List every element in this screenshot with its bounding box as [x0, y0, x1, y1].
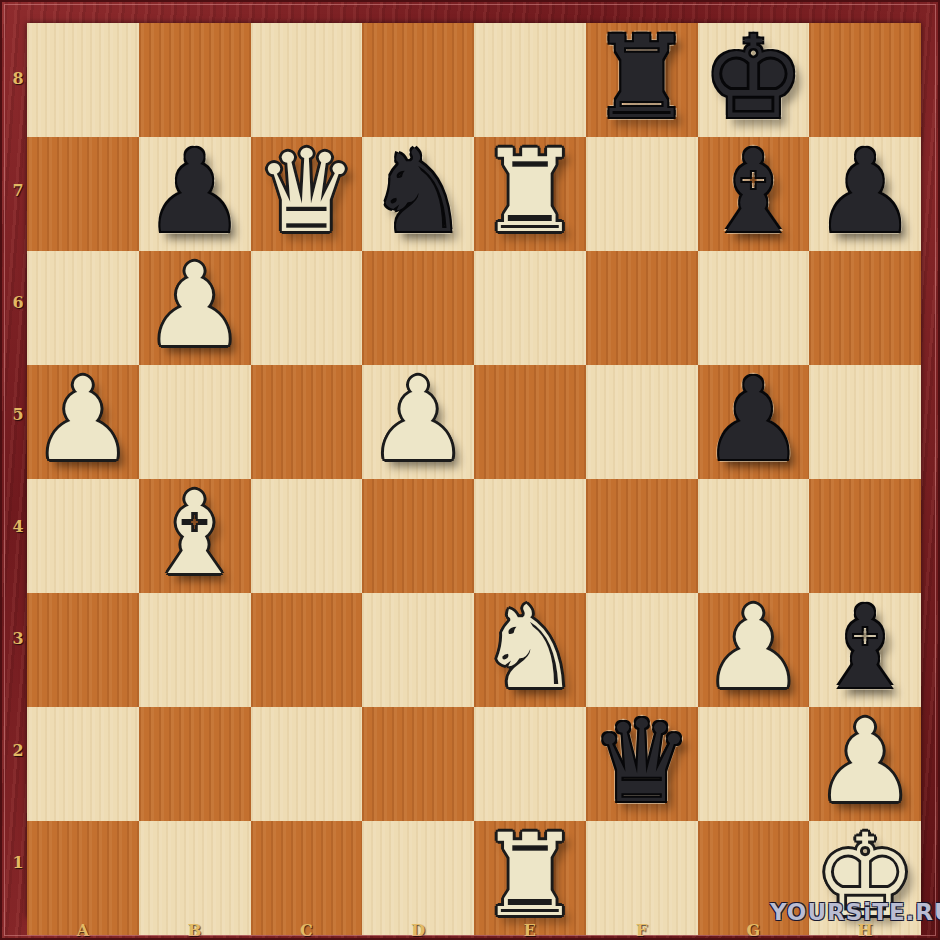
square-d8[interactable]	[362, 23, 474, 137]
square-d5[interactable]: ♟	[362, 365, 474, 479]
square-b2[interactable]	[139, 707, 251, 821]
black-king[interactable]: ♚	[702, 21, 804, 135]
square-h7[interactable]: ♟	[809, 137, 921, 251]
rank-labels: 87654321	[2, 23, 27, 918]
board-frame: 87654321 ♜♚♟♛♞♜♝♟♟♟♟♟♝♞♟♝♛♟♜♚ ABCDEFGH Y…	[0, 0, 940, 940]
square-d3[interactable]	[362, 593, 474, 707]
white-queen[interactable]: ♛	[255, 135, 357, 249]
file-label-e: E	[474, 918, 586, 940]
file-label-h: H	[809, 918, 921, 940]
square-g8[interactable]: ♚	[698, 23, 810, 137]
square-e5[interactable]	[474, 365, 586, 479]
square-b4[interactable]: ♝	[139, 479, 251, 593]
rank-label-8: 8	[2, 23, 27, 135]
file-labels: ABCDEFGH	[27, 918, 921, 940]
white-pawn[interactable]: ♟	[144, 249, 246, 363]
square-b3[interactable]	[139, 593, 251, 707]
chess-board: ♜♚♟♛♞♜♝♟♟♟♟♟♝♞♟♝♛♟♜♚	[27, 23, 921, 918]
black-queen[interactable]: ♛	[591, 705, 693, 819]
square-e6[interactable]	[474, 251, 586, 365]
square-f7[interactable]	[586, 137, 698, 251]
square-d7[interactable]: ♞	[362, 137, 474, 251]
square-g2[interactable]	[698, 707, 810, 821]
square-g6[interactable]	[698, 251, 810, 365]
white-rook[interactable]: ♜	[479, 135, 581, 249]
square-a5[interactable]: ♟	[27, 365, 139, 479]
square-h5[interactable]	[809, 365, 921, 479]
square-b8[interactable]	[139, 23, 251, 137]
file-label-d: D	[362, 918, 474, 940]
square-g7[interactable]: ♝	[698, 137, 810, 251]
rank-label-5: 5	[2, 359, 27, 471]
white-bishop[interactable]: ♝	[144, 477, 246, 591]
square-g5[interactable]: ♟	[698, 365, 810, 479]
square-e8[interactable]	[474, 23, 586, 137]
square-c8[interactable]	[251, 23, 363, 137]
white-pawn[interactable]: ♟	[32, 363, 134, 477]
square-h2[interactable]: ♟	[809, 707, 921, 821]
square-c2[interactable]	[251, 707, 363, 821]
black-bishop[interactable]: ♝	[702, 135, 804, 249]
file-label-c: C	[251, 918, 363, 940]
square-e7[interactable]: ♜	[474, 137, 586, 251]
square-c4[interactable]	[251, 479, 363, 593]
black-pawn[interactable]: ♟	[144, 135, 246, 249]
file-label-a: A	[27, 918, 139, 940]
square-g4[interactable]	[698, 479, 810, 593]
rank-label-6: 6	[2, 247, 27, 359]
black-pawn[interactable]: ♟	[814, 135, 916, 249]
square-f2[interactable]: ♛	[586, 707, 698, 821]
square-b7[interactable]: ♟	[139, 137, 251, 251]
black-knight[interactable]: ♞	[367, 135, 469, 249]
square-f5[interactable]	[586, 365, 698, 479]
square-f4[interactable]	[586, 479, 698, 593]
square-e4[interactable]	[474, 479, 586, 593]
white-rook[interactable]: ♜	[479, 819, 581, 933]
file-label-g: G	[698, 918, 810, 940]
black-bishop[interactable]: ♝	[814, 591, 916, 705]
white-king[interactable]: ♚	[814, 819, 916, 933]
square-b6[interactable]: ♟	[139, 251, 251, 365]
square-c7[interactable]: ♛	[251, 137, 363, 251]
square-a2[interactable]	[27, 707, 139, 821]
square-h6[interactable]	[809, 251, 921, 365]
rank-label-2: 2	[2, 694, 27, 806]
file-label-f: F	[586, 918, 698, 940]
rank-label-1: 1	[2, 806, 27, 918]
square-a3[interactable]	[27, 593, 139, 707]
rank-label-4: 4	[2, 471, 27, 583]
white-pawn[interactable]: ♟	[814, 705, 916, 819]
square-d2[interactable]	[362, 707, 474, 821]
square-a4[interactable]	[27, 479, 139, 593]
square-c5[interactable]	[251, 365, 363, 479]
square-a7[interactable]	[27, 137, 139, 251]
black-rook[interactable]: ♜	[591, 21, 693, 135]
square-h4[interactable]	[809, 479, 921, 593]
square-d6[interactable]	[362, 251, 474, 365]
square-c6[interactable]	[251, 251, 363, 365]
rank-label-3: 3	[2, 582, 27, 694]
square-g3[interactable]: ♟	[698, 593, 810, 707]
white-pawn[interactable]: ♟	[367, 363, 469, 477]
square-a8[interactable]	[27, 23, 139, 137]
square-c3[interactable]	[251, 593, 363, 707]
square-e2[interactable]	[474, 707, 586, 821]
square-b5[interactable]	[139, 365, 251, 479]
white-pawn[interactable]: ♟	[702, 591, 804, 705]
square-h8[interactable]	[809, 23, 921, 137]
square-f3[interactable]	[586, 593, 698, 707]
black-pawn[interactable]: ♟	[702, 363, 804, 477]
square-e3[interactable]: ♞	[474, 593, 586, 707]
square-a6[interactable]	[27, 251, 139, 365]
square-h3[interactable]: ♝	[809, 593, 921, 707]
square-f8[interactable]: ♜	[586, 23, 698, 137]
square-f6[interactable]	[586, 251, 698, 365]
white-knight[interactable]: ♞	[479, 591, 581, 705]
square-d4[interactable]	[362, 479, 474, 593]
rank-label-7: 7	[2, 135, 27, 247]
file-label-b: B	[139, 918, 251, 940]
